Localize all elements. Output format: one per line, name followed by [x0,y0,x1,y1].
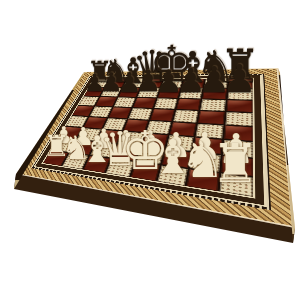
piece-white-pawn: ♟ [90,126,117,153]
piece-black-rook: ♜ [217,43,263,89]
piece-black-rook: ♜ [85,58,114,87]
piece-white-bishop: ♝ [149,133,196,180]
piece-black-pawn: ♟ [174,64,207,97]
piece-black-pawn: ♟ [82,71,106,95]
piece-black-pawn: ♟ [220,60,259,99]
piece-black-king: ♚ [147,40,197,90]
piece-white-king: ♚ [119,124,173,178]
piece-white-pawn: ♟ [71,125,96,150]
piece-white-queen: ♛ [97,126,144,173]
piece-black-pawn: ♟ [116,69,143,96]
piece-black-pawn: ♟ [99,70,125,96]
piece-white-knight: ♞ [177,135,227,185]
piece-black-pawn: ♟ [134,67,163,96]
piece-black-pawn: ♟ [196,62,232,98]
piece-white-knight: ♞ [60,132,93,165]
piece-white-pawn: ♟ [134,127,165,158]
piece-black-knight: ♞ [100,55,132,87]
piece-black-bishop: ♝ [172,46,215,89]
piece-white-pawn: ♟ [159,128,193,162]
piece-white-rook: ♜ [209,137,263,191]
piece-white-rook: ♜ [42,132,71,161]
piece-white-pawn: ♟ [216,129,257,170]
piece-black-knight: ♞ [193,45,237,89]
piece-black-pawn: ♟ [153,66,184,97]
pieces-layer: ♜♞♝♛♚♝♞♜♟♟♟♟♟♟♟♟♟♟♟♟♟♟♟♟♜♞♝♛♚♝♞♜ [0,0,300,300]
piece-white-bishop: ♝ [79,132,115,168]
piece-white-pawn: ♟ [52,124,75,147]
piece-white-pawn: ♟ [112,127,141,156]
chess-set-photo: ♜♞♝♛♚♝♞♜♟♟♟♟♟♟♟♟♟♟♟♟♟♟♟♟♜♞♝♛♚♝♞♜ [0,0,300,300]
piece-black-bishop: ♝ [116,53,151,88]
piece-white-pawn: ♟ [186,128,223,165]
piece-black-queen: ♛ [130,45,174,89]
